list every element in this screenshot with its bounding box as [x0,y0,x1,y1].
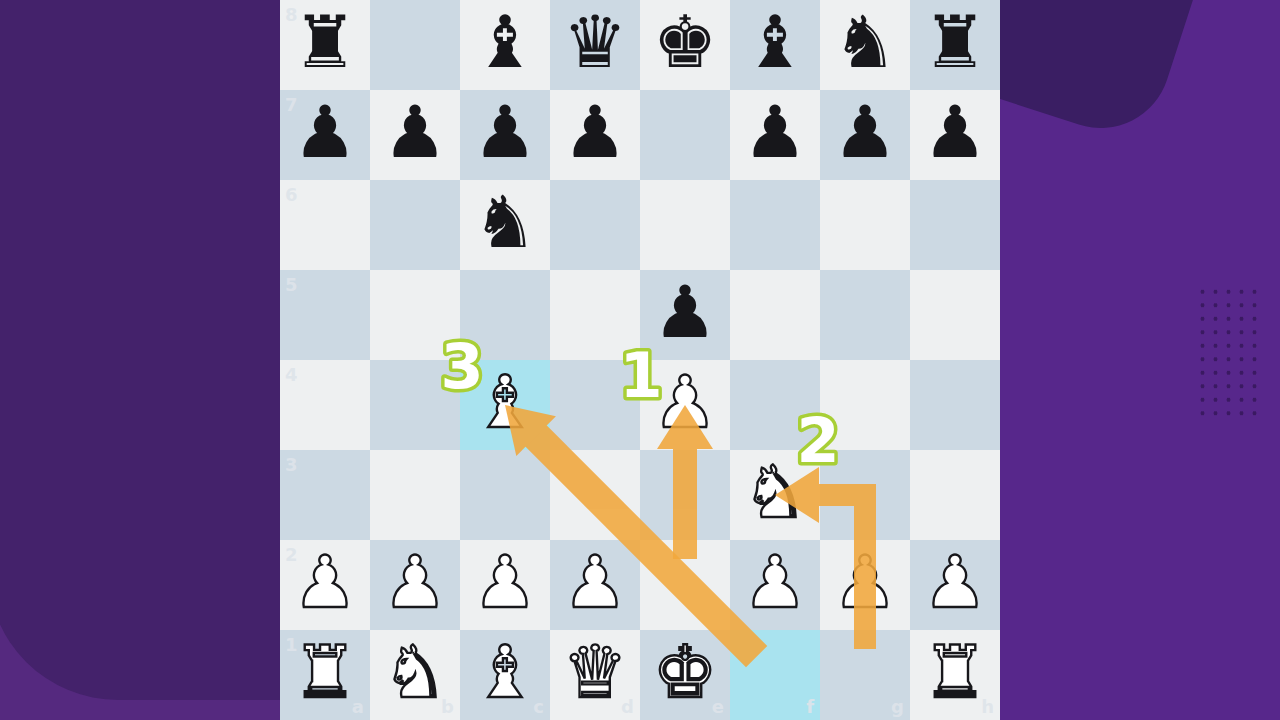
rank-label-6: 6 [285,184,298,205]
square-d4[interactable] [550,360,640,450]
square-c8[interactable]: ♝ [460,0,550,90]
chess-board: 8♜♝♛♚♝♞♜7♟♟♟♟♟♟♟6♞5♟4♝♟3♞2♟♟♟♟♟♟♟1a♜b♞c♝… [280,0,1000,720]
square-c7[interactable]: ♟ [460,90,550,180]
piece-white-knight-b1[interactable]: ♞ [383,627,448,717]
piece-white-pawn-a2[interactable]: ♟ [293,537,358,627]
square-g8[interactable]: ♞ [820,0,910,90]
square-e7[interactable] [640,90,730,180]
square-f5[interactable] [730,270,820,360]
piece-black-pawn-c7[interactable]: ♟ [473,87,538,177]
piece-black-bishop-f8[interactable]: ♝ [743,0,808,87]
square-f8[interactable]: ♝ [730,0,820,90]
piece-white-pawn-e4[interactable]: ♟ [653,357,718,447]
piece-black-pawn-a7[interactable]: ♟ [293,87,358,177]
square-f3[interactable]: ♞ [730,450,820,540]
piece-white-queen-d1[interactable]: ♛ [563,627,628,717]
square-h4[interactable] [910,360,1000,450]
square-a7[interactable]: 7♟ [280,90,370,180]
page-background: 8♜♝♛♚♝♞♜7♟♟♟♟♟♟♟6♞5♟4♝♟3♞2♟♟♟♟♟♟♟1a♜b♞c♝… [0,0,1280,720]
square-d2[interactable]: ♟ [550,540,640,630]
background-dot-grid [1196,285,1262,418]
square-e8[interactable]: ♚ [640,0,730,90]
piece-black-pawn-d7[interactable]: ♟ [563,87,628,177]
square-f7[interactable]: ♟ [730,90,820,180]
piece-white-bishop-c4[interactable]: ♝ [473,357,538,447]
square-b1[interactable]: b♞ [370,630,460,720]
piece-black-pawn-e5[interactable]: ♟ [653,267,718,357]
square-c2[interactable]: ♟ [460,540,550,630]
file-label-g: g [891,696,904,717]
square-b6[interactable] [370,180,460,270]
square-b5[interactable] [370,270,460,360]
piece-white-rook-a1[interactable]: ♜ [293,627,358,717]
square-e4[interactable]: ♟ [640,360,730,450]
square-g5[interactable] [820,270,910,360]
piece-white-king-e1[interactable]: ♚ [653,627,718,717]
square-c4[interactable]: ♝ [460,360,550,450]
square-c5[interactable] [460,270,550,360]
square-g2[interactable]: ♟ [820,540,910,630]
square-d5[interactable] [550,270,640,360]
square-h5[interactable] [910,270,1000,360]
square-d6[interactable] [550,180,640,270]
square-a8[interactable]: 8♜ [280,0,370,90]
rank-label-4: 4 [285,364,298,385]
square-h8[interactable]: ♜ [910,0,1000,90]
square-a6[interactable]: 6 [280,180,370,270]
square-b3[interactable] [370,450,460,540]
square-b4[interactable] [370,360,460,450]
file-label-f: f [806,696,814,717]
piece-black-pawn-f7[interactable]: ♟ [743,87,808,177]
piece-black-pawn-h7[interactable]: ♟ [923,87,988,177]
square-b7[interactable]: ♟ [370,90,460,180]
square-g1[interactable]: g [820,630,910,720]
square-a5[interactable]: 5 [280,270,370,360]
piece-black-queen-d8[interactable]: ♛ [563,0,628,87]
square-h2[interactable]: ♟ [910,540,1000,630]
square-g3[interactable] [820,450,910,540]
square-a4[interactable]: 4 [280,360,370,450]
rank-label-5: 5 [285,274,298,295]
square-h7[interactable]: ♟ [910,90,1000,180]
square-h1[interactable]: h♜ [910,630,1000,720]
piece-white-bishop-c1[interactable]: ♝ [473,627,538,717]
square-f4[interactable] [730,360,820,450]
square-b8[interactable] [370,0,460,90]
piece-black-bishop-c8[interactable]: ♝ [473,0,538,87]
square-d8[interactable]: ♛ [550,0,640,90]
piece-white-knight-f3[interactable]: ♞ [743,447,808,537]
piece-white-pawn-f2[interactable]: ♟ [743,537,808,627]
rank-label-3: 3 [285,454,298,475]
piece-white-rook-h1[interactable]: ♜ [923,627,988,717]
square-a2[interactable]: 2♟ [280,540,370,630]
square-a1[interactable]: 1a♜ [280,630,370,720]
piece-white-pawn-c2[interactable]: ♟ [473,537,538,627]
square-a3[interactable]: 3 [280,450,370,540]
square-c3[interactable] [460,450,550,540]
square-f6[interactable] [730,180,820,270]
square-h6[interactable] [910,180,1000,270]
square-g7[interactable]: ♟ [820,90,910,180]
piece-white-pawn-g2[interactable]: ♟ [833,537,898,627]
piece-black-king-e8[interactable]: ♚ [653,0,718,87]
piece-black-knight-g8[interactable]: ♞ [833,0,898,87]
piece-white-pawn-h2[interactable]: ♟ [923,537,988,627]
square-e2[interactable] [640,540,730,630]
piece-white-pawn-d2[interactable]: ♟ [563,537,628,627]
square-b2[interactable]: ♟ [370,540,460,630]
square-c6[interactable]: ♞ [460,180,550,270]
square-g4[interactable] [820,360,910,450]
square-e5[interactable]: ♟ [640,270,730,360]
square-g6[interactable] [820,180,910,270]
square-e1[interactable]: e♚ [640,630,730,720]
square-f2[interactable]: ♟ [730,540,820,630]
square-c1[interactable]: c♝ [460,630,550,720]
piece-black-knight-c6[interactable]: ♞ [473,177,538,267]
piece-black-rook-h8[interactable]: ♜ [923,0,988,87]
square-h3[interactable] [910,450,1000,540]
piece-black-pawn-b7[interactable]: ♟ [383,87,448,177]
square-d7[interactable]: ♟ [550,90,640,180]
piece-black-pawn-g7[interactable]: ♟ [833,87,898,177]
square-e6[interactable] [640,180,730,270]
square-d1[interactable]: d♛ [550,630,640,720]
piece-white-pawn-b2[interactable]: ♟ [383,537,448,627]
square-e3[interactable] [640,450,730,540]
square-f1[interactable]: f [730,630,820,720]
piece-black-rook-a8[interactable]: ♜ [293,0,358,87]
square-d3[interactable] [550,450,640,540]
